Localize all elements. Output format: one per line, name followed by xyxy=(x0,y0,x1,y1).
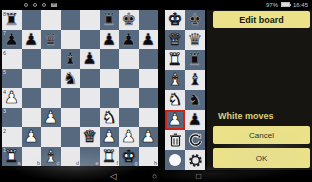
white-pawn: ♟ xyxy=(100,127,120,147)
status-right: 97% 16:45 xyxy=(266,2,308,8)
black-pawn: ♟ xyxy=(119,30,139,50)
recents-icon[interactable]: □ xyxy=(196,171,201,181)
white-king: ♚ xyxy=(119,147,139,167)
square-g4[interactable] xyxy=(119,88,139,108)
back-icon[interactable]: ◁ xyxy=(110,171,117,181)
edit-board-title[interactable]: Edit board xyxy=(213,11,310,28)
black-bishop: ♝ xyxy=(61,49,81,69)
battery-percent-label: 97% xyxy=(266,2,278,8)
square-f4[interactable] xyxy=(100,88,120,108)
palette-black-pawn[interactable]: ♟ xyxy=(185,110,205,130)
black-pawn: ♟ xyxy=(100,30,120,50)
black-rook: ♜ xyxy=(100,10,120,30)
file-label: b xyxy=(37,160,40,166)
white-knight: ♞ xyxy=(100,108,120,128)
square-f6[interactable] xyxy=(100,49,120,69)
square-d6[interactable]: ♝ xyxy=(61,49,81,69)
notification-dot-icon xyxy=(42,3,46,7)
square-a4[interactable]: 4♟ xyxy=(2,88,22,108)
square-a8[interactable]: 8♜ xyxy=(2,10,22,30)
square-e8[interactable] xyxy=(80,10,100,30)
notification-dot-icon xyxy=(24,3,28,7)
square-b6[interactable] xyxy=(22,49,42,69)
white-rook: ♜ xyxy=(2,147,22,167)
square-h5[interactable] xyxy=(139,69,159,89)
square-a3[interactable]: 3 xyxy=(2,108,22,128)
white-pawn: ♟ xyxy=(22,127,42,147)
square-c7[interactable]: ♛ xyxy=(41,30,61,50)
palette-black-rook[interactable]: ♜ xyxy=(185,50,205,70)
white-pawn: ♟ xyxy=(119,127,139,147)
white-rook: ♜ xyxy=(100,147,120,167)
chess-board[interactable]: 8♜♜♚7♟♟♛♟♟♟6♝♟5♞4♟3♟♞2♟♛♟♟♟1a♜bc♝def♜g♚h xyxy=(2,10,158,166)
black-pawn: ♟ xyxy=(22,30,42,50)
palette-white-rook[interactable]: ♜ xyxy=(165,50,185,70)
square-c5[interactable] xyxy=(41,69,61,89)
palette-settings[interactable] xyxy=(185,150,205,170)
square-d4[interactable] xyxy=(61,88,81,108)
notification-icons xyxy=(24,2,57,8)
black-pawn: ♟ xyxy=(80,49,100,69)
ok-button[interactable]: OK xyxy=(213,148,310,168)
square-b8[interactable] xyxy=(22,10,42,30)
rank-label: 2 xyxy=(3,128,6,134)
palette-white-queen[interactable]: ♛ xyxy=(165,30,185,50)
white-queen: ♛ xyxy=(80,127,100,147)
square-d7[interactable] xyxy=(61,30,81,50)
square-c1[interactable]: c♝ xyxy=(41,147,61,167)
white-circle-icon xyxy=(168,153,182,167)
square-e5[interactable] xyxy=(80,69,100,89)
square-b4[interactable] xyxy=(22,88,42,108)
square-f1[interactable]: f♜ xyxy=(100,147,120,167)
square-h1[interactable]: h xyxy=(139,147,159,167)
square-g7[interactable]: ♟ xyxy=(119,30,139,50)
square-a1[interactable]: 1a♜ xyxy=(2,147,22,167)
square-g8[interactable]: ♚ xyxy=(119,10,139,30)
square-e7[interactable] xyxy=(80,30,100,50)
square-e2[interactable]: ♛ xyxy=(80,127,100,147)
white-knight-icon: ♞ xyxy=(168,90,183,110)
palette-white-knight[interactable]: ♞ xyxy=(165,90,185,110)
square-g1[interactable]: g♚ xyxy=(119,147,139,167)
square-b7[interactable]: ♟ xyxy=(22,30,42,50)
white-rook-icon: ♜ xyxy=(168,50,183,70)
black-king-icon: ♚ xyxy=(188,10,203,30)
white-pawn: ♟ xyxy=(2,88,22,108)
square-h8[interactable] xyxy=(139,10,159,30)
palette-delete-piece[interactable] xyxy=(165,130,185,150)
home-icon[interactable]: ○ xyxy=(152,171,157,181)
black-king: ♚ xyxy=(119,10,139,30)
white-bishop-icon: ♝ xyxy=(168,70,183,90)
square-d1[interactable]: d xyxy=(61,147,81,167)
rank-label: 6 xyxy=(3,50,6,56)
file-label: e xyxy=(95,160,98,166)
white-queen-icon: ♛ xyxy=(168,30,183,50)
square-c3[interactable]: ♟ xyxy=(41,108,61,128)
square-a7[interactable]: 7♟ xyxy=(2,30,22,50)
status-bar: 97% 16:45 xyxy=(0,0,312,10)
side-to-move-label[interactable]: White moves xyxy=(218,111,274,121)
palette-black-queen[interactable]: ♛ xyxy=(185,30,205,50)
square-c8[interactable] xyxy=(41,10,61,30)
white-pawn-icon: ♟ xyxy=(168,110,183,130)
square-a5[interactable]: 5 xyxy=(2,69,22,89)
palette-rotate-board[interactable] xyxy=(185,130,205,150)
black-pawn: ♟ xyxy=(139,30,159,50)
palette-white-pawn[interactable]: ♟ xyxy=(165,110,185,130)
square-d2[interactable] xyxy=(61,127,81,147)
palette-black-bishop[interactable]: ♝ xyxy=(185,70,205,90)
palette-white-dot[interactable] xyxy=(165,150,185,170)
square-e4[interactable] xyxy=(80,88,100,108)
square-c4[interactable] xyxy=(41,88,61,108)
trash-icon xyxy=(169,133,182,147)
file-label: d xyxy=(76,160,79,166)
square-e1[interactable]: e xyxy=(80,147,100,167)
square-e6[interactable]: ♟ xyxy=(80,49,100,69)
white-king-icon: ♚ xyxy=(168,10,183,30)
edit-panel xyxy=(207,10,312,170)
black-queen-icon: ♛ xyxy=(188,30,203,50)
square-f5[interactable] xyxy=(100,69,120,89)
gear-icon xyxy=(188,153,203,168)
piece-palette[interactable]: ♚♚♛♛♜♜♝♝♞♞♟♟ xyxy=(165,10,205,170)
cancel-button[interactable]: Cancel xyxy=(213,126,310,144)
rank-label: 3 xyxy=(3,108,6,114)
square-f3[interactable]: ♞ xyxy=(100,108,120,128)
square-f2[interactable]: ♟ xyxy=(100,127,120,147)
clock-label: 16:45 xyxy=(293,2,308,8)
white-pawn: ♟ xyxy=(139,127,159,147)
palette-black-king[interactable]: ♚ xyxy=(185,10,205,30)
black-knight-icon: ♞ xyxy=(188,90,203,110)
black-rook-icon: ♜ xyxy=(188,50,203,70)
square-e3[interactable] xyxy=(80,108,100,128)
square-d3[interactable] xyxy=(61,108,81,128)
square-h2[interactable]: ♟ xyxy=(139,127,159,147)
square-h6[interactable] xyxy=(139,49,159,69)
rotate-icon xyxy=(188,133,203,148)
square-h7[interactable]: ♟ xyxy=(139,30,159,50)
file-label: h xyxy=(154,160,157,166)
square-b3[interactable] xyxy=(22,108,42,128)
black-pawn-icon: ♟ xyxy=(188,110,203,130)
screen: 97% 16:45 8♜♜♚7♟♟♛♟♟♟6♝♟5♞4♟3♟♞2♟♛♟♟♟1a♜… xyxy=(0,0,312,182)
black-knight: ♞ xyxy=(61,69,81,89)
square-g6[interactable] xyxy=(119,49,139,69)
white-pawn: ♟ xyxy=(41,108,61,128)
black-bishop-icon: ♝ xyxy=(188,70,203,90)
message-icon xyxy=(51,3,57,8)
square-c2[interactable] xyxy=(41,127,61,147)
palette-black-knight[interactable]: ♞ xyxy=(185,90,205,110)
square-a2[interactable]: 2 xyxy=(2,127,22,147)
rank-label: 5 xyxy=(3,69,6,75)
square-f8[interactable]: ♜ xyxy=(100,10,120,30)
square-g2[interactable]: ♟ xyxy=(119,127,139,147)
square-b2[interactable]: ♟ xyxy=(22,127,42,147)
square-d5[interactable]: ♞ xyxy=(61,69,81,89)
square-g5[interactable] xyxy=(119,69,139,89)
notification-dot-icon xyxy=(33,3,37,7)
square-h4[interactable] xyxy=(139,88,159,108)
square-a6[interactable]: 6 xyxy=(2,49,22,69)
square-f7[interactable]: ♟ xyxy=(100,30,120,50)
black-rook: ♜ xyxy=(2,10,22,30)
square-b5[interactable] xyxy=(22,69,42,89)
palette-white-bishop[interactable]: ♝ xyxy=(165,70,185,90)
square-h3[interactable] xyxy=(139,108,159,128)
square-g3[interactable] xyxy=(119,108,139,128)
palette-white-king[interactable]: ♚ xyxy=(165,10,185,30)
square-b1[interactable]: b xyxy=(22,147,42,167)
battery-icon xyxy=(281,2,290,7)
black-queen: ♛ xyxy=(41,30,61,50)
square-c6[interactable] xyxy=(41,49,61,69)
android-nav-bar: ◁ ○ □ xyxy=(0,170,312,182)
white-bishop: ♝ xyxy=(41,147,61,167)
square-d8[interactable] xyxy=(61,10,81,30)
black-pawn: ♟ xyxy=(2,30,22,50)
